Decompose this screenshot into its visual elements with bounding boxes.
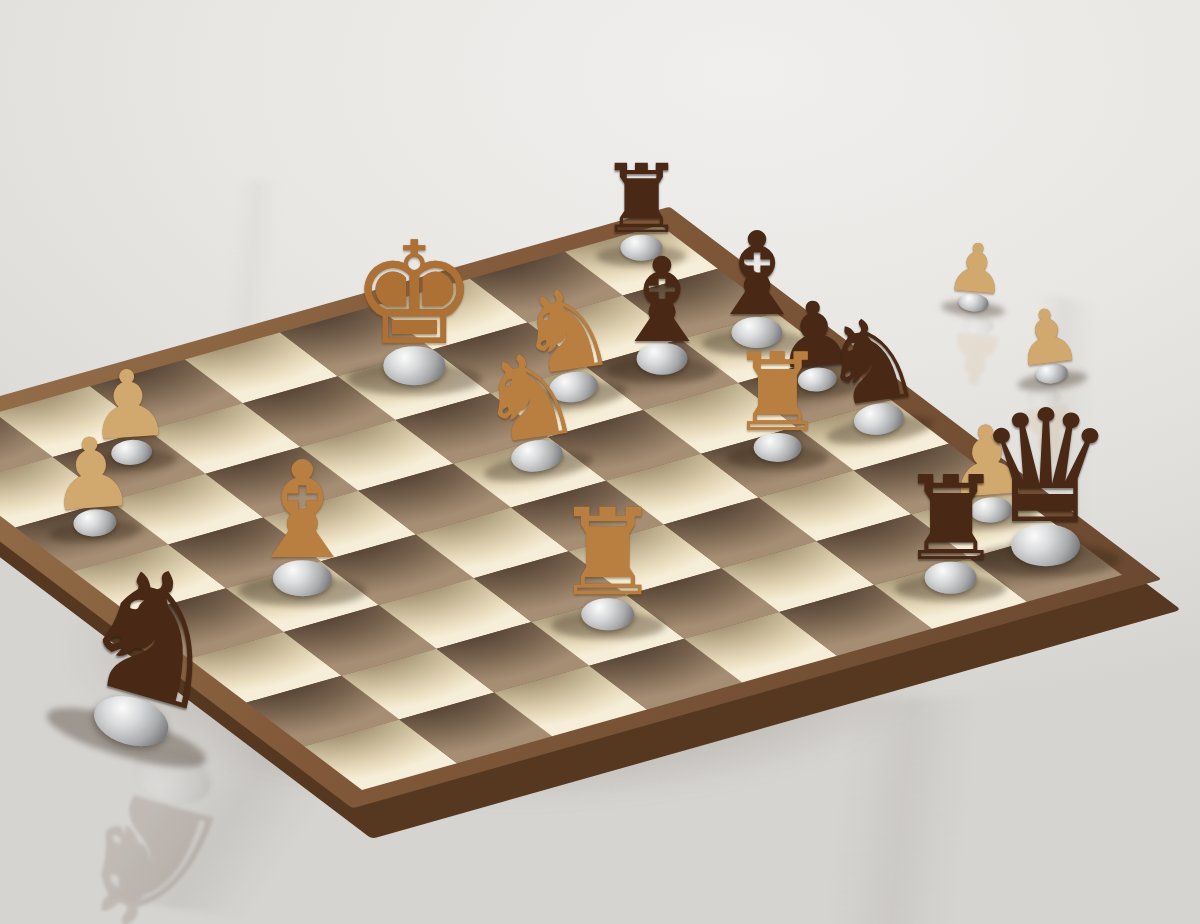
- piece-dark-rook-g1[interactable]: ♜: [898, 460, 1003, 593]
- piece-dark-knight-h4[interactable]: ♞: [813, 299, 932, 442]
- piece-light-rook-g4[interactable]: ♜: [729, 339, 826, 462]
- piece-light-bishop-b4[interactable]: ♝: [242, 444, 362, 597]
- piece-light-knight-e5[interactable]: ♞: [469, 333, 590, 478]
- dark-knight-glyph: ♞: [50, 758, 248, 924]
- piece-light-king-e7[interactable]: ♚: [350, 223, 477, 385]
- pieces-layer: ♚♟♟♞♞♝♜♜♟♜♝♝♟♞♜♛♟♟♟♟♞♞: [0, 0, 1200, 924]
- dark-bishop-glyph: ♝: [609, 241, 714, 358]
- captured-light-pawn[interactable]: ♟: [1010, 296, 1086, 388]
- dark-knight-glyph: ♞: [56, 532, 254, 742]
- light-knight-glyph: ♞: [469, 333, 588, 462]
- light-pawn-glyph: ♟: [944, 233, 1010, 305]
- scene: ♚♟♟♞♞♝♜♜♟♜♝♝♟♞♜♛♟♟♟♟♞♞: [0, 0, 1200, 924]
- light-pawn-glyph: ♟: [45, 422, 139, 525]
- light-pawn-glyph: ♟: [1010, 296, 1085, 378]
- dark-rook-glyph: ♜: [898, 460, 1003, 577]
- light-king-glyph: ♚: [350, 223, 477, 365]
- captured-dark-knight[interactable]: ♞: [50, 532, 255, 766]
- piece-light-rook-d2[interactable]: ♜: [554, 494, 662, 631]
- light-bishop-glyph: ♝: [242, 444, 362, 578]
- light-rook-glyph: ♜: [729, 339, 826, 447]
- dark-knight-glyph: ♞: [813, 299, 930, 426]
- captured-light-pawn[interactable]: ♟: [943, 233, 1010, 314]
- light-rook-glyph: ♜: [554, 494, 662, 614]
- piece-dark-bishop-g6[interactable]: ♝: [609, 241, 714, 374]
